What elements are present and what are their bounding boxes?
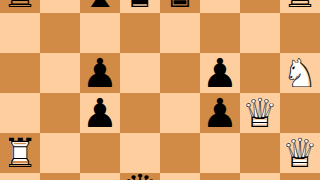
- square-r3c2[interactable]: ♟: [80, 93, 120, 133]
- black-pawn[interactable]: ♟: [82, 93, 118, 133]
- black-rook[interactable]: ♜: [2, 0, 38, 13]
- square-r3c5[interactable]: ♟: [200, 93, 240, 133]
- chess-board-viewport: ♜♝♛♚♜♟♟♞♘♟♟♛♕♜♖♛♕♛: [0, 0, 320, 180]
- square-r1c4[interactable]: [160, 13, 200, 53]
- square-r4c2[interactable]: [80, 133, 120, 173]
- white-queen-outline-glyph: ♕: [242, 93, 278, 133]
- square-r4c5[interactable]: [200, 133, 240, 173]
- black-pawn[interactable]: ♟: [82, 53, 118, 93]
- square-r0c0[interactable]: ♜: [0, 0, 40, 13]
- square-r0c6[interactable]: [240, 0, 280, 13]
- black-pawn[interactable]: ♟: [202, 93, 238, 133]
- square-r5c0[interactable]: [0, 173, 40, 180]
- square-r5c1[interactable]: [40, 173, 80, 180]
- square-r0c1[interactable]: [40, 0, 80, 13]
- white-rook[interactable]: ♜♖: [2, 133, 38, 173]
- square-r2c5[interactable]: ♟: [200, 53, 240, 93]
- square-r2c7[interactable]: ♞♘: [280, 53, 320, 93]
- square-r5c6[interactable]: [240, 173, 280, 180]
- square-r2c0[interactable]: [0, 53, 40, 93]
- square-r0c2[interactable]: ♝: [80, 0, 120, 13]
- black-bishop[interactable]: ♝: [82, 0, 118, 13]
- square-r4c6[interactable]: [240, 133, 280, 173]
- square-r2c3[interactable]: [120, 53, 160, 93]
- square-r3c3[interactable]: [120, 93, 160, 133]
- square-r4c4[interactable]: [160, 133, 200, 173]
- white-knight[interactable]: ♞♘: [282, 53, 318, 93]
- black-king[interactable]: ♚: [162, 0, 198, 13]
- white-rook-outline-glyph: ♖: [2, 133, 38, 173]
- square-r4c7[interactable]: ♛♕: [280, 133, 320, 173]
- white-queen-outline-glyph: ♕: [282, 133, 318, 173]
- black-pawn[interactable]: ♟: [202, 53, 238, 93]
- square-r1c6[interactable]: [240, 13, 280, 53]
- square-r1c1[interactable]: [40, 13, 80, 53]
- black-queen[interactable]: ♛: [122, 169, 158, 180]
- square-r3c7[interactable]: [280, 93, 320, 133]
- square-r4c1[interactable]: [40, 133, 80, 173]
- square-r1c5[interactable]: [200, 13, 240, 53]
- square-r2c2[interactable]: ♟: [80, 53, 120, 93]
- white-queen[interactable]: ♛♕: [242, 93, 278, 133]
- square-r3c1[interactable]: [40, 93, 80, 133]
- square-r1c0[interactable]: [0, 13, 40, 53]
- square-r5c5[interactable]: [200, 173, 240, 180]
- square-r4c0[interactable]: ♜♖: [0, 133, 40, 173]
- white-queen[interactable]: ♛♕: [282, 133, 318, 173]
- square-r0c3[interactable]: ♛: [120, 0, 160, 13]
- square-r0c5[interactable]: [200, 0, 240, 13]
- white-knight-outline-glyph: ♘: [282, 53, 318, 93]
- square-r1c3[interactable]: [120, 13, 160, 53]
- square-r0c7[interactable]: ♜: [280, 0, 320, 13]
- square-r5c7[interactable]: [280, 173, 320, 180]
- square-r2c1[interactable]: [40, 53, 80, 93]
- square-r5c4[interactable]: [160, 173, 200, 180]
- black-rook[interactable]: ♜: [282, 0, 318, 13]
- square-r1c2[interactable]: [80, 13, 120, 53]
- square-r2c4[interactable]: [160, 53, 200, 93]
- chess-board[interactable]: ♜♝♛♚♜♟♟♞♘♟♟♛♕♜♖♛♕♛: [0, 0, 320, 180]
- black-queen[interactable]: ♛: [122, 0, 158, 13]
- square-r5c3[interactable]: ♛: [120, 173, 160, 180]
- square-r3c0[interactable]: [0, 93, 40, 133]
- square-r3c6[interactable]: ♛♕: [240, 93, 280, 133]
- square-r3c4[interactable]: [160, 93, 200, 133]
- square-r2c6[interactable]: [240, 53, 280, 93]
- square-r1c7[interactable]: [280, 13, 320, 53]
- square-r0c4[interactable]: ♚: [160, 0, 200, 13]
- square-r5c2[interactable]: [80, 173, 120, 180]
